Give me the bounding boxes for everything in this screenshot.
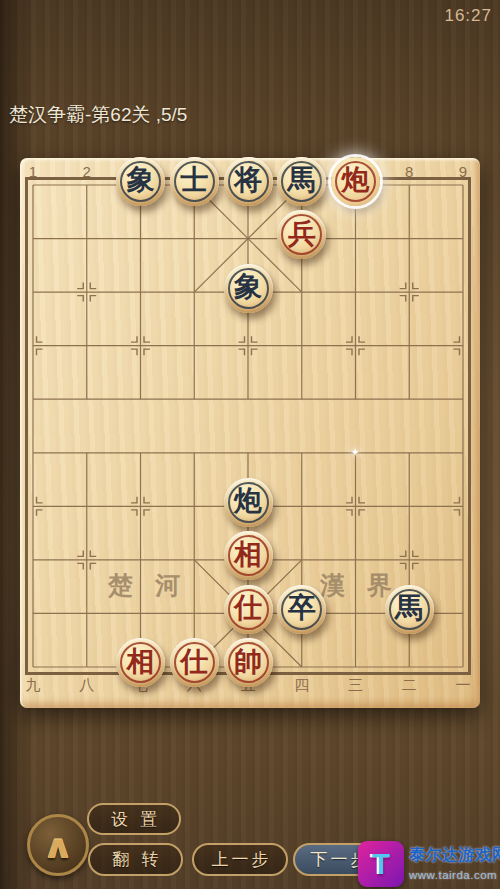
piece-red-soldier[interactable]: 兵 xyxy=(277,210,326,259)
piece-black-soldier[interactable]: 卒 xyxy=(277,585,326,634)
watermark: 泰尔达游戏网 www.tairda.com xyxy=(409,844,500,881)
board-column-label-bottom: 一 xyxy=(448,676,478,695)
piece-red-general[interactable]: 帥 xyxy=(224,638,273,687)
board-column-label-bottom: 三 xyxy=(341,676,371,695)
piece-character: 象 xyxy=(127,166,155,194)
board-column-label-bottom: 四 xyxy=(287,676,317,695)
cursor-sparkle: ✦ xyxy=(346,443,364,461)
clock-time: 16:27 xyxy=(444,6,492,26)
piece-black-horse[interactable]: 馬 xyxy=(385,585,434,634)
piece-character: 将 xyxy=(234,166,262,194)
tairda-t-icon: T xyxy=(372,847,390,881)
piece-character: 兵 xyxy=(288,220,316,248)
watermark-site-name: 泰尔达游戏网 xyxy=(409,844,500,866)
flip-board-button[interactable]: 翻转 xyxy=(88,843,183,876)
river-label-left: 楚河 xyxy=(108,560,202,610)
level-title: 楚汉争霸-第62关 ,5/5 xyxy=(9,102,187,128)
piece-black-elephant[interactable]: 象 xyxy=(224,264,273,313)
piece-character: 相 xyxy=(234,541,262,569)
piece-character: 卒 xyxy=(288,594,316,622)
piece-character: 相 xyxy=(127,648,155,676)
board-column-label-top: 2 xyxy=(72,163,102,180)
piece-character: 象 xyxy=(234,273,262,301)
board-column-label-top: 8 xyxy=(394,163,424,180)
piece-red-elephant[interactable]: 相 xyxy=(224,531,273,580)
piece-character: 馬 xyxy=(395,594,423,622)
piece-black-general[interactable]: 将 xyxy=(224,157,273,206)
board-column-label-bottom: 二 xyxy=(394,676,424,695)
piece-character: 仕 xyxy=(234,594,262,622)
piece-black-horse[interactable]: 馬 xyxy=(277,157,326,206)
board-column-label-bottom: 九 xyxy=(18,676,48,695)
board-column-label-top: 9 xyxy=(448,163,478,180)
piece-character: 馬 xyxy=(288,166,316,194)
piece-black-elephant[interactable]: 象 xyxy=(116,157,165,206)
piece-red-cannon[interactable]: 炮 xyxy=(331,157,380,206)
settings-button[interactable]: 设置 xyxy=(87,803,181,835)
piece-character: 士 xyxy=(180,166,208,194)
chevron-up-icon: ∧ xyxy=(42,831,74,863)
piece-red-advisor[interactable]: 仕 xyxy=(170,638,219,687)
piece-character: 仕 xyxy=(180,648,208,676)
board-column-label-top: 1 xyxy=(18,163,48,180)
app-screen: { "status_bar": { "time": "16:27" }, "he… xyxy=(0,0,500,889)
watermark-url: www.tairda.com xyxy=(409,869,500,881)
watermark-logo: T xyxy=(358,841,404,887)
piece-character: 帥 xyxy=(234,648,262,676)
board-column-label-bottom: 八 xyxy=(72,676,102,695)
expand-menu-button[interactable]: ∧ xyxy=(27,814,89,876)
piece-red-advisor[interactable]: 仕 xyxy=(224,585,273,634)
previous-step-button[interactable]: 上一步 xyxy=(192,843,288,876)
piece-character: 炮 xyxy=(234,487,262,515)
piece-black-cannon[interactable]: 炮 xyxy=(224,478,273,527)
piece-character: 炮 xyxy=(342,166,370,194)
piece-black-advisor[interactable]: 士 xyxy=(170,157,219,206)
